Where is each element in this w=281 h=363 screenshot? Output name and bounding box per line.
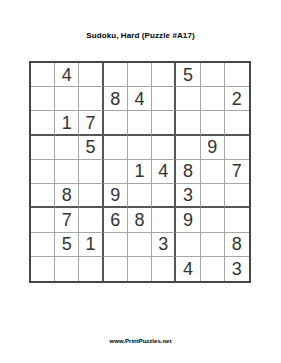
cell-r7c4: 6 [104, 208, 128, 232]
cell-r8c5 [128, 233, 152, 257]
cell-r7c8 [201, 208, 225, 232]
cell-r6c1 [31, 184, 55, 208]
cell-r2c1 [31, 87, 55, 111]
cell-r7c6 [152, 208, 176, 232]
cell-r9c8 [201, 257, 225, 281]
cell-r4c8: 9 [201, 136, 225, 160]
cell-r7c3 [79, 208, 103, 232]
cell-r5c7: 8 [176, 160, 200, 184]
cell-r4c6 [152, 136, 176, 160]
cell-r2c8 [201, 87, 225, 111]
cell-r5c1 [31, 160, 55, 184]
cell-r3c1 [31, 111, 55, 135]
cell-r1c8 [201, 63, 225, 87]
cell-r8c1 [31, 233, 55, 257]
cell-r3c8 [201, 111, 225, 135]
cell-r5c8 [201, 160, 225, 184]
cell-r5c2 [55, 160, 79, 184]
cell-r7c9 [225, 208, 249, 232]
cell-r6c2: 8 [55, 184, 79, 208]
cell-r1c2: 4 [55, 63, 79, 87]
cell-r6c3 [79, 184, 103, 208]
cell-r4c4 [104, 136, 128, 160]
cell-r8c7 [176, 233, 200, 257]
cell-r9c7: 4 [176, 257, 200, 281]
cell-r8c8 [201, 233, 225, 257]
cell-r9c5 [128, 257, 152, 281]
cell-r3c5 [128, 111, 152, 135]
cell-r1c3 [79, 63, 103, 87]
cell-r6c9 [225, 184, 249, 208]
cell-r8c3: 1 [79, 233, 103, 257]
cell-r2c4: 8 [104, 87, 128, 111]
cell-r3c7 [176, 111, 200, 135]
cell-r1c7: 5 [176, 63, 200, 87]
cell-r9c9: 3 [225, 257, 249, 281]
cell-r5c3 [79, 160, 103, 184]
cell-r6c8 [201, 184, 225, 208]
cell-r3c4 [104, 111, 128, 135]
cell-r7c2: 7 [55, 208, 79, 232]
cell-r7c1 [31, 208, 55, 232]
cell-r8c9: 8 [225, 233, 249, 257]
cell-r5c4 [104, 160, 128, 184]
cell-r1c5 [128, 63, 152, 87]
cell-r9c3 [79, 257, 103, 281]
cell-r8c4 [104, 233, 128, 257]
cell-r4c9 [225, 136, 249, 160]
cell-r3c6 [152, 111, 176, 135]
footer-url: www.PrintPuzzles.net [0, 338, 281, 344]
cell-r6c7: 3 [176, 184, 200, 208]
cell-r4c5 [128, 136, 152, 160]
cell-r4c2 [55, 136, 79, 160]
cell-r8c6: 3 [152, 233, 176, 257]
cell-r6c5 [128, 184, 152, 208]
cell-r3c9 [225, 111, 249, 135]
cell-r2c6 [152, 87, 176, 111]
cell-r2c9: 2 [225, 87, 249, 111]
cell-r1c1 [31, 63, 55, 87]
cell-r9c4 [104, 257, 128, 281]
cell-r1c4 [104, 63, 128, 87]
cell-r5c9: 7 [225, 160, 249, 184]
cell-r7c5: 8 [128, 208, 152, 232]
cell-r8c2: 5 [55, 233, 79, 257]
cell-r5c6: 4 [152, 160, 176, 184]
cell-r6c4: 9 [104, 184, 128, 208]
cell-r3c3: 7 [79, 111, 103, 135]
cell-r9c1 [31, 257, 55, 281]
cell-r5c5: 1 [128, 160, 152, 184]
cell-r9c6 [152, 257, 176, 281]
cell-r4c7 [176, 136, 200, 160]
cell-r2c3 [79, 87, 103, 111]
cell-r2c7 [176, 87, 200, 111]
cell-r6c6 [152, 184, 176, 208]
cell-r3c2: 1 [55, 111, 79, 135]
page-title: Sudoku, Hard (Puzzle #A17) [0, 31, 281, 40]
cell-r1c6 [152, 63, 176, 87]
cell-r2c5: 4 [128, 87, 152, 111]
cell-r1c9 [225, 63, 249, 87]
cell-r4c3: 5 [79, 136, 103, 160]
cell-r9c2 [55, 257, 79, 281]
cell-r4c1 [31, 136, 55, 160]
cell-r2c2 [55, 87, 79, 111]
sudoku-board: 45842175914878937689513843 [29, 61, 251, 283]
cell-r7c7: 9 [176, 208, 200, 232]
